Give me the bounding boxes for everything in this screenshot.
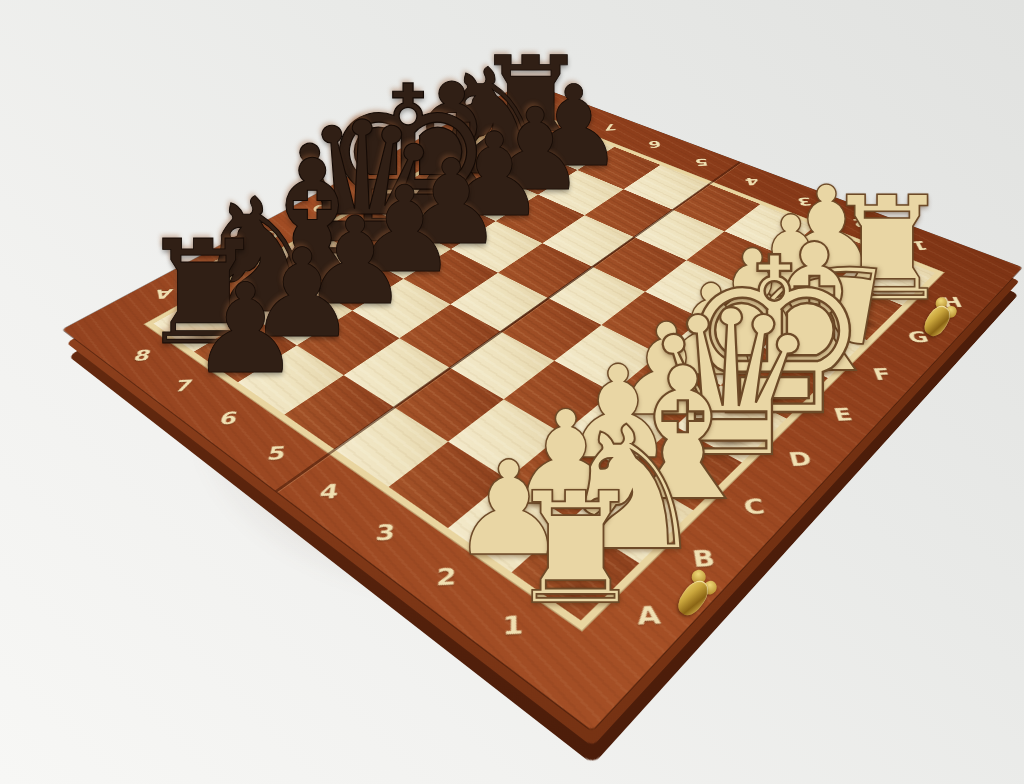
file-label-f-near: F xyxy=(870,365,894,384)
file-label-c-near: C xyxy=(741,495,766,519)
square-b6 xyxy=(297,311,399,375)
file-label-a-far: A xyxy=(152,286,174,301)
square-b5 xyxy=(344,338,450,407)
square-d3 xyxy=(554,325,659,392)
rank-label-5-right: 5 xyxy=(694,157,710,168)
square-d4 xyxy=(500,298,601,361)
square-f1 xyxy=(763,312,866,378)
rank-label-2-right: 2 xyxy=(850,216,870,229)
file-label-d-far: D xyxy=(311,202,330,215)
rank-label-5-left: 5 xyxy=(266,443,289,464)
file-label-h-far: H xyxy=(483,111,498,121)
rank-label-8-right: 8 xyxy=(561,106,574,116)
square-a4 xyxy=(335,407,449,487)
square-g1 xyxy=(802,279,902,340)
square-e1 xyxy=(720,347,828,418)
square-a6 xyxy=(238,345,344,414)
square-c2 xyxy=(562,392,675,470)
rank-label-4-left: 4 xyxy=(318,480,340,503)
rank-label-2-left: 2 xyxy=(436,564,458,591)
rank-label-7-right: 7 xyxy=(603,122,617,132)
rank-label-3-right: 3 xyxy=(795,195,813,208)
square-e3 xyxy=(602,292,703,354)
rank-label-1-left: 1 xyxy=(503,611,524,640)
file-label-e-near: E xyxy=(831,405,855,425)
square-f2 xyxy=(702,285,802,347)
square-a1 xyxy=(511,519,639,620)
file-label-f-far: F xyxy=(404,154,418,165)
square-e2 xyxy=(659,318,763,385)
square-c3 xyxy=(504,361,613,434)
file-label-b-far: B xyxy=(209,256,230,270)
square-a7 xyxy=(194,317,297,382)
rank-label-7-left: 7 xyxy=(173,376,196,395)
file-label-a-near: A xyxy=(635,601,662,630)
square-b2 xyxy=(507,434,625,519)
file-label-d-near: D xyxy=(787,448,815,470)
file-label-c-far: C xyxy=(263,228,282,241)
square-c4 xyxy=(449,332,554,400)
photo-scene: AA88BB77CC66DD55EE44FF33GG22HH11 ♜♞♝♛♚♝♞… xyxy=(0,0,1024,784)
rank-label-8-left: 8 xyxy=(131,347,154,364)
rank-label-6-left: 6 xyxy=(217,408,240,428)
file-label-g-far: G xyxy=(444,132,459,143)
rank-label-1-right: 1 xyxy=(909,238,930,252)
square-b4 xyxy=(394,368,503,442)
square-d2 xyxy=(612,354,720,426)
square-a2 xyxy=(448,479,571,572)
file-label-e-far: E xyxy=(360,177,375,189)
rank-label-4-right: 4 xyxy=(743,175,760,187)
square-c1 xyxy=(625,426,742,510)
square-d1 xyxy=(675,385,787,463)
square-b3 xyxy=(449,400,562,479)
square-a3 xyxy=(389,442,507,528)
square-b1 xyxy=(571,471,693,563)
square-a5 xyxy=(284,375,394,449)
rank-label-6-right: 6 xyxy=(647,139,662,150)
rank-label-3-left: 3 xyxy=(374,520,396,545)
square-c5 xyxy=(399,304,501,368)
